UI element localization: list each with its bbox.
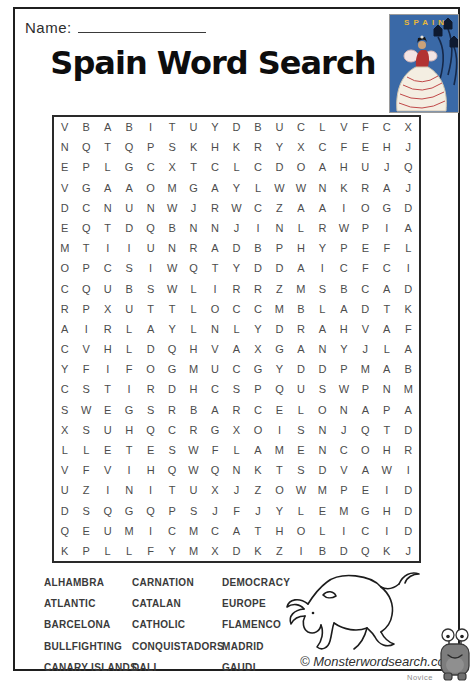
cell-r20-c7[interactable]: S <box>183 500 204 520</box>
cell-r12-c12[interactable]: A <box>290 339 311 359</box>
cell-r10-c13[interactable]: L <box>312 299 333 319</box>
cell-r7-c15[interactable]: E <box>355 238 376 258</box>
cell-r3-c5[interactable]: C <box>140 157 161 177</box>
cell-r1-c5[interactable]: I <box>140 117 161 137</box>
cell-r20-c6[interactable]: P <box>161 500 182 520</box>
cell-r1-c1[interactable]: V <box>54 117 75 137</box>
cell-r18-c14[interactable]: V <box>333 460 354 480</box>
cell-r16-c5[interactable]: Q <box>140 420 161 440</box>
cell-r3-c9[interactable]: L <box>226 157 247 177</box>
cell-r18-c3[interactable]: V <box>97 460 118 480</box>
cell-r3-c15[interactable]: U <box>355 157 376 177</box>
cell-r21-c5[interactable]: I <box>140 521 161 541</box>
word-bullfighting[interactable]: BULLFIGHTING <box>44 641 132 662</box>
cell-r1-c7[interactable]: U <box>183 117 204 137</box>
cell-r4-c6[interactable]: M <box>161 178 182 198</box>
cell-r21-c3[interactable]: U <box>97 521 118 541</box>
cell-r9-c16[interactable]: A <box>376 278 397 298</box>
cell-r19-c3[interactable]: I <box>97 480 118 500</box>
cell-r10-c16[interactable]: T <box>376 299 397 319</box>
cell-r6-c9[interactable]: J <box>226 218 247 238</box>
name-input-line[interactable] <box>78 18 206 33</box>
cell-r11-c2[interactable]: I <box>75 319 96 339</box>
cell-r8-c11[interactable]: D <box>269 258 290 278</box>
cell-r12-c9[interactable]: A <box>226 339 247 359</box>
cell-r22-c11[interactable]: Z <box>269 541 290 561</box>
cell-r18-c5[interactable]: H <box>140 460 161 480</box>
cell-r11-c7[interactable]: L <box>183 319 204 339</box>
cell-r16-c6[interactable]: C <box>161 420 182 440</box>
cell-r4-c12[interactable]: W <box>290 178 311 198</box>
cell-r8-c5[interactable]: I <box>140 258 161 278</box>
cell-r4-c1[interactable]: V <box>54 178 75 198</box>
cell-r20-c17[interactable]: D <box>398 500 419 520</box>
cell-r9-c1[interactable]: C <box>54 278 75 298</box>
cell-r11-c1[interactable]: A <box>54 319 75 339</box>
cell-r4-c14[interactable]: K <box>333 178 354 198</box>
cell-r1-c17[interactable]: X <box>398 117 419 137</box>
cell-r14-c1[interactable]: C <box>54 379 75 399</box>
cell-r19-c4[interactable]: N <box>118 480 139 500</box>
cell-r6-c14[interactable]: W <box>333 218 354 238</box>
cell-r20-c2[interactable]: S <box>75 500 96 520</box>
cell-r4-c8[interactable]: A <box>204 178 225 198</box>
cell-r12-c7[interactable]: H <box>183 339 204 359</box>
cell-r2-c12[interactable]: X <box>290 137 311 157</box>
cell-r15-c5[interactable]: S <box>140 400 161 420</box>
cell-r9-c5[interactable]: S <box>140 278 161 298</box>
cell-r13-c3[interactable]: I <box>97 359 118 379</box>
cell-r3-c11[interactable]: D <box>269 157 290 177</box>
cell-r17-c3[interactable]: E <box>97 440 118 460</box>
cell-r15-c10[interactable]: C <box>247 400 268 420</box>
cell-r17-c11[interactable]: M <box>269 440 290 460</box>
cell-r13-c5[interactable]: O <box>140 359 161 379</box>
cell-r17-c13[interactable]: N <box>312 440 333 460</box>
cell-r2-c10[interactable]: R <box>247 137 268 157</box>
cell-r19-c15[interactable]: E <box>355 480 376 500</box>
cell-r3-c17[interactable]: Q <box>398 157 419 177</box>
cell-r2-c14[interactable]: F <box>333 137 354 157</box>
cell-r16-c11[interactable]: I <box>269 420 290 440</box>
cell-r11-c11[interactable]: D <box>269 319 290 339</box>
cell-r19-c16[interactable]: I <box>376 480 397 500</box>
cell-r18-c7[interactable]: W <box>183 460 204 480</box>
cell-r6-c10[interactable]: I <box>247 218 268 238</box>
cell-r19-c14[interactable]: P <box>333 480 354 500</box>
cell-r14-c17[interactable]: M <box>398 379 419 399</box>
cell-r8-c9[interactable]: Y <box>226 258 247 278</box>
cell-r7-c16[interactable]: F <box>376 238 397 258</box>
cell-r18-c2[interactable]: F <box>75 460 96 480</box>
cell-r8-c3[interactable]: C <box>97 258 118 278</box>
cell-r14-c10[interactable]: P <box>247 379 268 399</box>
cell-r22-c8[interactable]: X <box>204 541 225 561</box>
cell-r6-c16[interactable]: I <box>376 218 397 238</box>
cell-r10-c10[interactable]: C <box>247 299 268 319</box>
cell-r20-c14[interactable]: M <box>333 500 354 520</box>
word-carnation[interactable]: CARNATION <box>132 577 222 598</box>
cell-r19-c17[interactable]: D <box>398 480 419 500</box>
cell-r13-c16[interactable]: A <box>376 359 397 379</box>
cell-r18-c15[interactable]: A <box>355 460 376 480</box>
cell-r11-c14[interactable]: H <box>333 319 354 339</box>
cell-r5-c13[interactable]: A <box>312 198 333 218</box>
cell-r5-c2[interactable]: C <box>75 198 96 218</box>
cell-r18-c12[interactable]: S <box>290 460 311 480</box>
cell-r10-c12[interactable]: B <box>290 299 311 319</box>
cell-r21-c9[interactable]: A <box>226 521 247 541</box>
cell-r5-c4[interactable]: U <box>118 198 139 218</box>
cell-r9-c11[interactable]: Z <box>269 278 290 298</box>
cell-r4-c13[interactable]: N <box>312 178 333 198</box>
cell-r8-c2[interactable]: P <box>75 258 96 278</box>
cell-r9-c6[interactable]: W <box>161 278 182 298</box>
cell-r7-c3[interactable]: I <box>97 238 118 258</box>
cell-r9-c9[interactable]: R <box>226 278 247 298</box>
cell-r8-c14[interactable]: C <box>333 258 354 278</box>
cell-r14-c14[interactable]: W <box>333 379 354 399</box>
cell-r9-c8[interactable]: I <box>204 278 225 298</box>
cell-r6-c4[interactable]: D <box>118 218 139 238</box>
cell-r21-c11[interactable]: H <box>269 521 290 541</box>
cell-r9-c10[interactable]: R <box>247 278 268 298</box>
cell-r4-c2[interactable]: G <box>75 178 96 198</box>
cell-r4-c17[interactable]: J <box>398 178 419 198</box>
cell-r4-c10[interactable]: L <box>247 178 268 198</box>
cell-r12-c1[interactable]: C <box>54 339 75 359</box>
cell-r14-c2[interactable]: S <box>75 379 96 399</box>
cell-r18-c8[interactable]: Q <box>204 460 225 480</box>
cell-r16-c16[interactable]: T <box>376 420 397 440</box>
cell-r21-c15[interactable]: C <box>355 521 376 541</box>
cell-r2-c1[interactable]: N <box>54 137 75 157</box>
cell-r22-c17[interactable]: J <box>398 541 419 561</box>
cell-r2-c2[interactable]: Q <box>75 137 96 157</box>
cell-r17-c9[interactable]: L <box>226 440 247 460</box>
cell-r11-c5[interactable]: A <box>140 319 161 339</box>
cell-r10-c3[interactable]: X <box>97 299 118 319</box>
cell-r22-c12[interactable]: I <box>290 541 311 561</box>
cell-r10-c7[interactable]: L <box>183 299 204 319</box>
cell-r5-c7[interactable]: J <box>183 198 204 218</box>
cell-r9-c2[interactable]: Q <box>75 278 96 298</box>
cell-r14-c16[interactable]: N <box>376 379 397 399</box>
cell-r19-c10[interactable]: Z <box>247 480 268 500</box>
cell-r14-c7[interactable]: H <box>183 379 204 399</box>
cell-r22-c13[interactable]: B <box>312 541 333 561</box>
cell-r1-c11[interactable]: U <box>269 117 290 137</box>
cell-r12-c16[interactable]: L <box>376 339 397 359</box>
cell-r13-c2[interactable]: F <box>75 359 96 379</box>
cell-r19-c13[interactable]: M <box>312 480 333 500</box>
cell-r5-c1[interactable]: D <box>54 198 75 218</box>
cell-r8-c16[interactable]: C <box>376 258 397 278</box>
cell-r14-c4[interactable]: I <box>118 379 139 399</box>
cell-r12-c14[interactable]: Y <box>333 339 354 359</box>
word-conquistadors[interactable]: CONQUISTADORS <box>132 641 222 662</box>
cell-r22-c16[interactable]: K <box>376 541 397 561</box>
cell-r6-c17[interactable]: A <box>398 218 419 238</box>
cell-r13-c4[interactable]: F <box>118 359 139 379</box>
cell-r8-c13[interactable]: I <box>312 258 333 278</box>
cell-r16-c4[interactable]: H <box>118 420 139 440</box>
cell-r3-c8[interactable]: C <box>204 157 225 177</box>
cell-r15-c14[interactable]: N <box>333 400 354 420</box>
cell-r17-c10[interactable]: A <box>247 440 268 460</box>
word-catalan[interactable]: CATALAN <box>132 598 222 619</box>
cell-r16-c7[interactable]: R <box>183 420 204 440</box>
cell-r3-c2[interactable]: P <box>75 157 96 177</box>
cell-r2-c15[interactable]: E <box>355 137 376 157</box>
cell-r9-c4[interactable]: B <box>118 278 139 298</box>
cell-r5-c9[interactable]: W <box>226 198 247 218</box>
cell-r21-c8[interactable]: C <box>204 521 225 541</box>
cell-r4-c16[interactable]: A <box>376 178 397 198</box>
cell-r21-c4[interactable]: M <box>118 521 139 541</box>
cell-r6-c5[interactable]: Q <box>140 218 161 238</box>
cell-r12-c17[interactable]: A <box>398 339 419 359</box>
cell-r22-c4[interactable]: L <box>118 541 139 561</box>
cell-r5-c10[interactable]: C <box>247 198 268 218</box>
cell-r22-c10[interactable]: K <box>247 541 268 561</box>
cell-r6-c2[interactable]: Q <box>75 218 96 238</box>
cell-r21-c13[interactable]: L <box>312 521 333 541</box>
cell-r10-c11[interactable]: M <box>269 299 290 319</box>
cell-r7-c5[interactable]: U <box>140 238 161 258</box>
cell-r4-c9[interactable]: Y <box>226 178 247 198</box>
cell-r15-c4[interactable]: G <box>118 400 139 420</box>
cell-r7-c8[interactable]: A <box>204 238 225 258</box>
cell-r22-c14[interactable]: D <box>333 541 354 561</box>
cell-r7-c7[interactable]: R <box>183 238 204 258</box>
cell-r21-c6[interactable]: C <box>161 521 182 541</box>
cell-r15-c1[interactable]: S <box>54 400 75 420</box>
cell-r7-c1[interactable]: M <box>54 238 75 258</box>
cell-r10-c1[interactable]: R <box>54 299 75 319</box>
cell-r7-c9[interactable]: D <box>226 238 247 258</box>
cell-r17-c6[interactable]: S <box>161 440 182 460</box>
cell-r18-c4[interactable]: I <box>118 460 139 480</box>
cell-r7-c12[interactable]: H <box>290 238 311 258</box>
cell-r12-c10[interactable]: X <box>247 339 268 359</box>
cell-r3-c13[interactable]: A <box>312 157 333 177</box>
cell-r10-c6[interactable]: T <box>161 299 182 319</box>
cell-r10-c4[interactable]: U <box>118 299 139 319</box>
cell-r9-c3[interactable]: U <box>97 278 118 298</box>
cell-r3-c4[interactable]: G <box>118 157 139 177</box>
cell-r17-c5[interactable]: E <box>140 440 161 460</box>
cell-r6-c6[interactable]: B <box>161 218 182 238</box>
cell-r8-c4[interactable]: S <box>118 258 139 278</box>
cell-r8-c8[interactable]: T <box>204 258 225 278</box>
cell-r4-c3[interactable]: A <box>97 178 118 198</box>
cell-r13-c6[interactable]: G <box>161 359 182 379</box>
cell-r17-c17[interactable]: R <box>398 440 419 460</box>
cell-r2-c5[interactable]: P <box>140 137 161 157</box>
cell-r7-c13[interactable]: Y <box>312 238 333 258</box>
cell-r2-c8[interactable]: H <box>204 137 225 157</box>
cell-r9-c14[interactable]: B <box>333 278 354 298</box>
cell-r13-c7[interactable]: M <box>183 359 204 379</box>
cell-r7-c6[interactable]: N <box>161 238 182 258</box>
cell-r12-c11[interactable]: G <box>269 339 290 359</box>
cell-r14-c3[interactable]: T <box>97 379 118 399</box>
cell-r10-c14[interactable]: A <box>333 299 354 319</box>
cell-r9-c12[interactable]: M <box>290 278 311 298</box>
cell-r16-c12[interactable]: S <box>290 420 311 440</box>
cell-r20-c13[interactable]: E <box>312 500 333 520</box>
cell-r11-c9[interactable]: L <box>226 319 247 339</box>
cell-r12-c6[interactable]: Q <box>161 339 182 359</box>
cell-r15-c7[interactable]: B <box>183 400 204 420</box>
cell-r13-c8[interactable]: U <box>204 359 225 379</box>
cell-r20-c11[interactable]: Y <box>269 500 290 520</box>
cell-r18-c10[interactable]: K <box>247 460 268 480</box>
cell-r19-c7[interactable]: U <box>183 480 204 500</box>
cell-r12-c15[interactable]: J <box>355 339 376 359</box>
cell-r14-c15[interactable]: P <box>355 379 376 399</box>
cell-r3-c10[interactable]: C <box>247 157 268 177</box>
cell-r15-c12[interactable]: L <box>290 400 311 420</box>
cell-r18-c11[interactable]: T <box>269 460 290 480</box>
cell-r9-c17[interactable]: D <box>398 278 419 298</box>
cell-r21-c1[interactable]: Q <box>54 521 75 541</box>
cell-r11-c13[interactable]: A <box>312 319 333 339</box>
cell-r15-c11[interactable]: E <box>269 400 290 420</box>
cell-r6-c7[interactable]: N <box>183 218 204 238</box>
word-canary-islands[interactable]: CANARY ISLANDS <box>44 662 132 683</box>
cell-r13-c9[interactable]: C <box>226 359 247 379</box>
cell-r1-c16[interactable]: C <box>376 117 397 137</box>
cell-r4-c11[interactable]: W <box>269 178 290 198</box>
cell-r6-c12[interactable]: L <box>290 218 311 238</box>
cell-r16-c3[interactable]: U <box>97 420 118 440</box>
cell-r13-c15[interactable]: M <box>355 359 376 379</box>
cell-r3-c3[interactable]: L <box>97 157 118 177</box>
cell-r2-c16[interactable]: H <box>376 137 397 157</box>
cell-r6-c8[interactable]: N <box>204 218 225 238</box>
cell-r22-c1[interactable]: K <box>54 541 75 561</box>
cell-r8-c10[interactable]: D <box>247 258 268 278</box>
cell-r20-c10[interactable]: J <box>247 500 268 520</box>
cell-r7-c2[interactable]: T <box>75 238 96 258</box>
cell-r7-c17[interactable]: L <box>398 238 419 258</box>
cell-r7-c11[interactable]: P <box>269 238 290 258</box>
cell-r21-c7[interactable]: M <box>183 521 204 541</box>
cell-r11-c8[interactable]: N <box>204 319 225 339</box>
word-dali[interactable]: DALI <box>132 662 222 683</box>
cell-r12-c3[interactable]: H <box>97 339 118 359</box>
cell-r2-c6[interactable]: S <box>161 137 182 157</box>
cell-r22-c6[interactable]: Y <box>161 541 182 561</box>
cell-r6-c13[interactable]: R <box>312 218 333 238</box>
cell-r22-c3[interactable]: L <box>97 541 118 561</box>
cell-r18-c1[interactable]: V <box>54 460 75 480</box>
word-catholic[interactable]: CATHOLIC <box>132 619 222 640</box>
cell-r22-c15[interactable]: Q <box>355 541 376 561</box>
cell-r22-c9[interactable]: D <box>226 541 247 561</box>
cell-r14-c9[interactable]: S <box>226 379 247 399</box>
cell-r1-c12[interactable]: C <box>290 117 311 137</box>
cell-r11-c6[interactable]: Y <box>161 319 182 339</box>
cell-r15-c2[interactable]: W <box>75 400 96 420</box>
cell-r19-c1[interactable]: U <box>54 480 75 500</box>
cell-r17-c4[interactable]: T <box>118 440 139 460</box>
cell-r6-c1[interactable]: E <box>54 218 75 238</box>
word-alhambra[interactable]: ALHAMBRA <box>44 577 132 598</box>
cell-r19-c12[interactable]: W <box>290 480 311 500</box>
cell-r12-c8[interactable]: V <box>204 339 225 359</box>
cell-r15-c6[interactable]: R <box>161 400 182 420</box>
cell-r1-c2[interactable]: B <box>75 117 96 137</box>
cell-r13-c12[interactable]: D <box>290 359 311 379</box>
cell-r2-c4[interactable]: Q <box>118 137 139 157</box>
cell-r20-c4[interactable]: G <box>118 500 139 520</box>
cell-r1-c13[interactable]: L <box>312 117 333 137</box>
cell-r20-c15[interactable]: G <box>355 500 376 520</box>
cell-r8-c15[interactable]: F <box>355 258 376 278</box>
cell-r17-c14[interactable]: C <box>333 440 354 460</box>
cell-r19-c11[interactable]: O <box>269 480 290 500</box>
cell-r14-c6[interactable]: D <box>161 379 182 399</box>
cell-r12-c4[interactable]: L <box>118 339 139 359</box>
cell-r3-c7[interactable]: T <box>183 157 204 177</box>
cell-r5-c17[interactable]: D <box>398 198 419 218</box>
cell-r14-c5[interactable]: R <box>140 379 161 399</box>
cell-r20-c5[interactable]: Q <box>140 500 161 520</box>
cell-r17-c8[interactable]: F <box>204 440 225 460</box>
cell-r16-c14[interactable]: J <box>333 420 354 440</box>
cell-r8-c17[interactable]: I <box>398 258 419 278</box>
cell-r13-c17[interactable]: B <box>398 359 419 379</box>
cell-r3-c6[interactable]: X <box>161 157 182 177</box>
cell-r10-c2[interactable]: P <box>75 299 96 319</box>
cell-r17-c7[interactable]: W <box>183 440 204 460</box>
cell-r16-c8[interactable]: G <box>204 420 225 440</box>
cell-r8-c12[interactable]: A <box>290 258 311 278</box>
cell-r5-c5[interactable]: N <box>140 198 161 218</box>
cell-r15-c9[interactable]: R <box>226 400 247 420</box>
cell-r19-c5[interactable]: I <box>140 480 161 500</box>
cell-r9-c15[interactable]: C <box>355 278 376 298</box>
cell-r1-c14[interactable]: V <box>333 117 354 137</box>
cell-r21-c2[interactable]: E <box>75 521 96 541</box>
cell-r19-c2[interactable]: Z <box>75 480 96 500</box>
cell-r15-c17[interactable]: A <box>398 400 419 420</box>
cell-r16-c1[interactable]: X <box>54 420 75 440</box>
cell-r11-c12[interactable]: R <box>290 319 311 339</box>
cell-r20-c8[interactable]: J <box>204 500 225 520</box>
cell-r5-c15[interactable]: O <box>355 198 376 218</box>
cell-r18-c6[interactable]: Q <box>161 460 182 480</box>
cell-r21-c17[interactable]: D <box>398 521 419 541</box>
cell-r7-c4[interactable]: I <box>118 238 139 258</box>
cell-r18-c17[interactable]: I <box>398 460 419 480</box>
cell-r18-c13[interactable]: D <box>312 460 333 480</box>
cell-r11-c10[interactable]: Y <box>247 319 268 339</box>
cell-r20-c12[interactable]: L <box>290 500 311 520</box>
cell-r21-c14[interactable]: I <box>333 521 354 541</box>
cell-r14-c11[interactable]: Q <box>269 379 290 399</box>
cell-r5-c6[interactable]: W <box>161 198 182 218</box>
cell-r13-c13[interactable]: D <box>312 359 333 379</box>
cell-r9-c7[interactable]: L <box>183 278 204 298</box>
cell-r20-c16[interactable]: H <box>376 500 397 520</box>
cell-r1-c3[interactable]: A <box>97 117 118 137</box>
cell-r18-c9[interactable]: N <box>226 460 247 480</box>
cell-r3-c12[interactable]: O <box>290 157 311 177</box>
